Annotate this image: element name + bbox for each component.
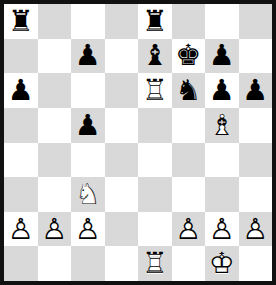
square-c1[interactable] (71, 246, 105, 281)
square-h6[interactable]: ♟ (239, 73, 273, 108)
black-pawn[interactable]: ♟ (71, 108, 105, 143)
chess-board-frame: ♜♜♟♝♚♟♟♜♖♞♟♟♟♝♗♞♘♟♙♟♙♟♙♟♙♟♙♟♙♜♖♚♔ (0, 0, 276, 285)
black-rook[interactable]: ♜ (4, 4, 38, 39)
white-king[interactable]: ♚♔ (205, 246, 239, 281)
black-pawn[interactable]: ♟ (4, 73, 38, 108)
white-pawn-glyph: ♙ (41, 215, 67, 244)
white-king-glyph: ♔ (209, 249, 235, 278)
square-g6[interactable]: ♟ (205, 73, 239, 108)
square-d5[interactable] (105, 108, 139, 143)
square-a1[interactable] (4, 246, 38, 281)
white-pawn-glyph: ♙ (175, 215, 201, 244)
square-f5[interactable] (172, 108, 206, 143)
white-pawn-glyph: ♙ (209, 215, 235, 244)
square-h8[interactable] (239, 4, 273, 39)
square-e1[interactable]: ♜♖ (138, 246, 172, 281)
square-a3[interactable] (4, 177, 38, 212)
square-g8[interactable] (205, 4, 239, 39)
square-h2[interactable]: ♟♙ (239, 212, 273, 247)
square-c2[interactable]: ♟♙ (71, 212, 105, 247)
square-g7[interactable]: ♟ (205, 39, 239, 74)
white-pawn-glyph: ♙ (8, 215, 34, 244)
white-pawn-glyph: ♙ (242, 215, 268, 244)
black-knight[interactable]: ♞ (172, 73, 206, 108)
white-rook-glyph: ♖ (142, 76, 168, 105)
square-a6[interactable]: ♟ (4, 73, 38, 108)
square-c3[interactable]: ♞♘ (71, 177, 105, 212)
square-b8[interactable] (38, 4, 72, 39)
square-f6[interactable]: ♞ (172, 73, 206, 108)
square-e4[interactable] (138, 143, 172, 178)
square-a2[interactable]: ♟♙ (4, 212, 38, 247)
square-b5[interactable] (38, 108, 72, 143)
square-f4[interactable] (172, 143, 206, 178)
white-bishop-glyph: ♗ (209, 111, 235, 140)
square-d2[interactable] (105, 212, 139, 247)
black-king[interactable]: ♚ (172, 39, 206, 74)
white-bishop[interactable]: ♝♗ (205, 108, 239, 143)
square-f1[interactable] (172, 246, 206, 281)
black-rook[interactable]: ♜ (138, 4, 172, 39)
white-pawn[interactable]: ♟♙ (71, 212, 105, 247)
square-b7[interactable] (38, 39, 72, 74)
square-b3[interactable] (38, 177, 72, 212)
square-h3[interactable] (239, 177, 273, 212)
square-f3[interactable] (172, 177, 206, 212)
square-a7[interactable] (4, 39, 38, 74)
black-pawn[interactable]: ♟ (205, 73, 239, 108)
square-f2[interactable]: ♟♙ (172, 212, 206, 247)
square-g4[interactable] (205, 143, 239, 178)
square-b1[interactable] (38, 246, 72, 281)
square-d3[interactable] (105, 177, 139, 212)
square-d8[interactable] (105, 4, 139, 39)
white-pawn[interactable]: ♟♙ (172, 212, 206, 247)
square-e2[interactable] (138, 212, 172, 247)
square-e6[interactable]: ♜♖ (138, 73, 172, 108)
square-h7[interactable] (239, 39, 273, 74)
white-pawn[interactable]: ♟♙ (239, 212, 273, 247)
square-c5[interactable]: ♟ (71, 108, 105, 143)
square-b6[interactable] (38, 73, 72, 108)
white-pawn[interactable]: ♟♙ (205, 212, 239, 247)
white-pawn-glyph: ♙ (75, 215, 101, 244)
square-e3[interactable] (138, 177, 172, 212)
square-a4[interactable] (4, 143, 38, 178)
square-e7[interactable]: ♝ (138, 39, 172, 74)
square-d7[interactable] (105, 39, 139, 74)
square-f7[interactable]: ♚ (172, 39, 206, 74)
white-knight[interactable]: ♞♘ (71, 177, 105, 212)
square-g2[interactable]: ♟♙ (205, 212, 239, 247)
square-c7[interactable]: ♟ (71, 39, 105, 74)
square-d6[interactable] (105, 73, 139, 108)
square-a5[interactable] (4, 108, 38, 143)
black-pawn[interactable]: ♟ (71, 39, 105, 74)
square-f8[interactable] (172, 4, 206, 39)
square-h1[interactable] (239, 246, 273, 281)
white-rook[interactable]: ♜♖ (138, 73, 172, 108)
square-a8[interactable]: ♜ (4, 4, 38, 39)
white-knight-glyph: ♘ (75, 180, 101, 209)
white-pawn[interactable]: ♟♙ (4, 212, 38, 247)
white-pawn[interactable]: ♟♙ (38, 212, 72, 247)
square-e8[interactable]: ♜ (138, 4, 172, 39)
square-c4[interactable] (71, 143, 105, 178)
square-e5[interactable] (138, 108, 172, 143)
square-h4[interactable] (239, 143, 273, 178)
square-c8[interactable] (71, 4, 105, 39)
square-d1[interactable] (105, 246, 139, 281)
black-bishop[interactable]: ♝ (138, 39, 172, 74)
square-g1[interactable]: ♚♔ (205, 246, 239, 281)
black-pawn[interactable]: ♟ (205, 39, 239, 74)
square-b2[interactable]: ♟♙ (38, 212, 72, 247)
square-c6[interactable] (71, 73, 105, 108)
white-rook[interactable]: ♜♖ (138, 246, 172, 281)
black-pawn[interactable]: ♟ (239, 73, 273, 108)
white-rook-glyph: ♖ (142, 249, 168, 278)
square-b4[interactable] (38, 143, 72, 178)
square-d4[interactable] (105, 143, 139, 178)
square-h5[interactable] (239, 108, 273, 143)
square-g5[interactable]: ♝♗ (205, 108, 239, 143)
chess-board: ♜♜♟♝♚♟♟♜♖♞♟♟♟♝♗♞♘♟♙♟♙♟♙♟♙♟♙♟♙♜♖♚♔ (4, 4, 272, 281)
square-g3[interactable] (205, 177, 239, 212)
